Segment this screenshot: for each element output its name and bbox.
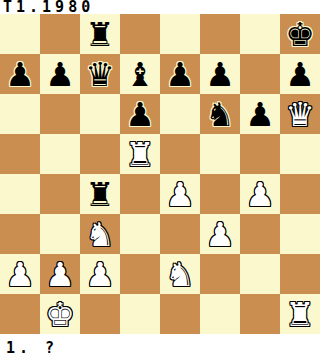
black-bishop: ♝: [125, 58, 155, 91]
square-f2[interactable]: [200, 254, 240, 294]
square-e8[interactable]: [160, 14, 200, 54]
square-d1[interactable]: [120, 294, 160, 334]
square-g7[interactable]: [240, 54, 280, 94]
square-g1[interactable]: [240, 294, 280, 334]
square-b8[interactable]: [40, 14, 80, 54]
square-a2[interactable]: ♟: [0, 254, 40, 294]
square-a7[interactable]: ♟: [0, 54, 40, 94]
black-rook: ♜: [85, 178, 115, 211]
square-g5[interactable]: [240, 134, 280, 174]
white-rook: ♜: [285, 298, 315, 331]
square-e1[interactable]: [160, 294, 200, 334]
square-c7[interactable]: ♛: [80, 54, 120, 94]
square-h2[interactable]: [280, 254, 320, 294]
black-pawn: ♟: [245, 98, 275, 131]
white-king: ♚: [45, 298, 75, 331]
square-f7[interactable]: ♟: [200, 54, 240, 94]
square-d3[interactable]: [120, 214, 160, 254]
square-f3[interactable]: ♟: [200, 214, 240, 254]
square-c2[interactable]: ♟: [80, 254, 120, 294]
square-d8[interactable]: [120, 14, 160, 54]
black-queen: ♛: [85, 58, 115, 91]
square-a5[interactable]: [0, 134, 40, 174]
square-d7[interactable]: ♝: [120, 54, 160, 94]
square-e4[interactable]: ♟: [160, 174, 200, 214]
square-f1[interactable]: [200, 294, 240, 334]
square-e7[interactable]: ♟: [160, 54, 200, 94]
square-h4[interactable]: [280, 174, 320, 214]
black-pawn: ♟: [285, 58, 315, 91]
white-queen: ♛: [285, 98, 315, 131]
white-pawn: ♟: [205, 218, 235, 251]
position-title: T1.1980: [3, 0, 94, 14]
black-pawn: ♟: [45, 58, 75, 91]
square-g8[interactable]: [240, 14, 280, 54]
square-f6[interactable]: ♞: [200, 94, 240, 134]
white-pawn: ♟: [85, 258, 115, 291]
square-b4[interactable]: [40, 174, 80, 214]
square-e6[interactable]: [160, 94, 200, 134]
square-b7[interactable]: ♟: [40, 54, 80, 94]
square-b3[interactable]: [40, 214, 80, 254]
black-rook: ♜: [85, 18, 115, 51]
chess-board: ♜♚♟♟♛♝♟♟♟♟♞♟♛♜♜♟♟♞♟♟♟♟♞♚♜: [0, 14, 320, 334]
square-g2[interactable]: [240, 254, 280, 294]
move-prompt: 1. ?: [6, 339, 58, 357]
white-pawn: ♟: [165, 178, 195, 211]
square-g6[interactable]: ♟: [240, 94, 280, 134]
square-h5[interactable]: [280, 134, 320, 174]
black-pawn: ♟: [125, 98, 155, 131]
square-f4[interactable]: [200, 174, 240, 214]
square-h8[interactable]: ♚: [280, 14, 320, 54]
square-h6[interactable]: ♛: [280, 94, 320, 134]
square-b6[interactable]: [40, 94, 80, 134]
square-c8[interactable]: ♜: [80, 14, 120, 54]
white-knight: ♞: [165, 258, 195, 291]
square-b2[interactable]: ♟: [40, 254, 80, 294]
square-g3[interactable]: [240, 214, 280, 254]
square-a3[interactable]: [0, 214, 40, 254]
square-e2[interactable]: ♞: [160, 254, 200, 294]
black-king: ♚: [285, 18, 315, 51]
square-h7[interactable]: ♟: [280, 54, 320, 94]
square-c4[interactable]: ♜: [80, 174, 120, 214]
square-a8[interactable]: [0, 14, 40, 54]
square-g4[interactable]: ♟: [240, 174, 280, 214]
square-d6[interactable]: ♟: [120, 94, 160, 134]
square-c6[interactable]: [80, 94, 120, 134]
square-h1[interactable]: ♜: [280, 294, 320, 334]
white-pawn: ♟: [45, 258, 75, 291]
white-rook: ♜: [125, 138, 155, 171]
square-a6[interactable]: [0, 94, 40, 134]
white-pawn: ♟: [5, 258, 35, 291]
square-d4[interactable]: [120, 174, 160, 214]
square-c1[interactable]: [80, 294, 120, 334]
black-pawn: ♟: [205, 58, 235, 91]
square-d5[interactable]: ♜: [120, 134, 160, 174]
square-b1[interactable]: ♚: [40, 294, 80, 334]
square-b5[interactable]: [40, 134, 80, 174]
square-a1[interactable]: [0, 294, 40, 334]
square-d2[interactable]: [120, 254, 160, 294]
chess-diagram-page: T1.1980 ♜♚♟♟♛♝♟♟♟♟♞♟♛♜♜♟♟♞♟♟♟♟♞♚♜ 1. ?: [0, 0, 320, 360]
square-h3[interactable]: [280, 214, 320, 254]
black-pawn: ♟: [5, 58, 35, 91]
black-pawn: ♟: [165, 58, 195, 91]
square-f8[interactable]: [200, 14, 240, 54]
black-knight: ♞: [205, 98, 235, 131]
square-a4[interactable]: [0, 174, 40, 214]
square-e3[interactable]: [160, 214, 200, 254]
square-c5[interactable]: [80, 134, 120, 174]
white-pawn: ♟: [245, 178, 275, 211]
square-f5[interactable]: [200, 134, 240, 174]
white-knight: ♞: [85, 218, 115, 251]
square-c3[interactable]: ♞: [80, 214, 120, 254]
square-e5[interactable]: [160, 134, 200, 174]
